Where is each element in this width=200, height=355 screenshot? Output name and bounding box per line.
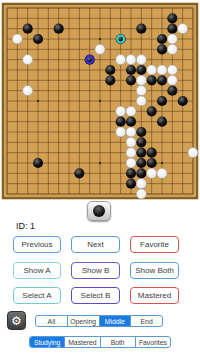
white-stone bbox=[126, 158, 136, 168]
white-stone bbox=[95, 44, 105, 54]
white-stone bbox=[116, 55, 126, 65]
black-stone bbox=[136, 137, 146, 147]
segment-favorites[interactable]: Favorites bbox=[135, 337, 170, 347]
black-stone bbox=[126, 65, 136, 75]
black-stone bbox=[136, 158, 146, 168]
black-stone bbox=[136, 65, 146, 75]
white-stone bbox=[126, 127, 136, 137]
black-stone bbox=[157, 96, 167, 106]
black-stone bbox=[136, 127, 146, 137]
white-stone bbox=[157, 168, 167, 178]
black-stone bbox=[147, 75, 157, 85]
segment-studying[interactable]: Studying bbox=[30, 337, 64, 347]
black-stone bbox=[157, 34, 167, 44]
white-stone bbox=[147, 168, 157, 178]
settings-button[interactable]: ⚙ bbox=[7, 311, 26, 330]
black-stone bbox=[126, 117, 136, 127]
white-stone bbox=[167, 34, 177, 44]
white-stone bbox=[126, 137, 136, 147]
segment-end[interactable]: End bbox=[130, 316, 162, 326]
stone-preview-button[interactable] bbox=[87, 201, 111, 221]
segment-opening[interactable]: Opening bbox=[67, 316, 99, 326]
white-stone bbox=[116, 106, 126, 116]
white-stone bbox=[136, 55, 146, 65]
segment-middle[interactable]: Middle bbox=[99, 316, 131, 326]
black-stone bbox=[167, 86, 177, 96]
black-stone bbox=[136, 168, 146, 178]
black-stone bbox=[157, 117, 167, 127]
phase-segmented-control: All Opening Middle End bbox=[35, 315, 163, 327]
white-stone bbox=[12, 34, 22, 44]
white-stone bbox=[126, 55, 136, 65]
select-b-button[interactable]: Select B bbox=[71, 287, 120, 304]
black-stone bbox=[116, 117, 126, 127]
black-stone bbox=[136, 24, 146, 34]
gear-icon: ⚙ bbox=[11, 315, 22, 327]
black-stone bbox=[74, 168, 84, 178]
hoshi-point bbox=[99, 38, 101, 40]
white-stone bbox=[126, 148, 136, 158]
white-stone bbox=[136, 75, 146, 85]
black-stone bbox=[54, 24, 64, 34]
black-stone bbox=[147, 148, 157, 158]
black-stone bbox=[105, 65, 115, 75]
mastered-button[interactable]: Mastered bbox=[130, 287, 179, 304]
white-stone bbox=[116, 127, 126, 137]
black-stone bbox=[167, 13, 177, 23]
white-stone bbox=[157, 65, 167, 75]
board-svg bbox=[0, 1, 200, 201]
black-stone bbox=[23, 24, 33, 34]
black-stone bbox=[126, 179, 136, 189]
show-a-button[interactable]: Show A bbox=[13, 262, 61, 279]
hoshi-point bbox=[99, 100, 101, 102]
favorite-button[interactable]: Favorite bbox=[130, 236, 179, 253]
hoshi-point bbox=[161, 162, 163, 164]
white-stone bbox=[147, 65, 157, 75]
black-stone bbox=[178, 96, 188, 106]
black-stone bbox=[126, 75, 136, 85]
white-stone bbox=[178, 24, 188, 34]
white-stone bbox=[136, 96, 146, 106]
black-stone bbox=[33, 34, 43, 44]
white-stone bbox=[23, 86, 33, 96]
white-stone bbox=[136, 189, 146, 199]
select-a-button[interactable]: Select A bbox=[13, 287, 61, 304]
white-stone bbox=[188, 148, 198, 158]
black-stone bbox=[147, 106, 157, 116]
white-stone bbox=[126, 106, 136, 116]
white-stone bbox=[167, 44, 177, 54]
black-stone bbox=[105, 75, 115, 85]
white-stone bbox=[167, 75, 177, 85]
black-stone bbox=[136, 148, 146, 158]
go-board[interactable] bbox=[0, 1, 200, 201]
study-segmented-control: Studying Mastered Both Favorites bbox=[29, 336, 171, 348]
segment-all[interactable]: All bbox=[36, 316, 67, 326]
next-button[interactable]: Next bbox=[71, 236, 120, 253]
black-stone bbox=[147, 158, 157, 168]
black-stone bbox=[157, 44, 167, 54]
hoshi-point bbox=[37, 100, 39, 102]
black-stone bbox=[33, 158, 43, 168]
black-stone bbox=[126, 168, 136, 178]
white-stone bbox=[136, 179, 146, 189]
white-stone bbox=[136, 86, 146, 96]
problem-id-label: ID: 1 bbox=[16, 221, 35, 231]
previous-button[interactable]: Previous bbox=[13, 236, 61, 253]
white-stone bbox=[167, 65, 177, 75]
segment-mastered[interactable]: Mastered bbox=[64, 337, 99, 347]
white-stone bbox=[23, 55, 33, 65]
black-stone bbox=[167, 24, 177, 34]
hoshi-point bbox=[99, 162, 101, 164]
show-b-button[interactable]: Show B bbox=[71, 262, 120, 279]
black-stone-icon bbox=[93, 205, 105, 217]
black-stone bbox=[157, 75, 167, 85]
show-both-button[interactable]: Show Both bbox=[130, 262, 179, 279]
segment-both[interactable]: Both bbox=[100, 337, 135, 347]
